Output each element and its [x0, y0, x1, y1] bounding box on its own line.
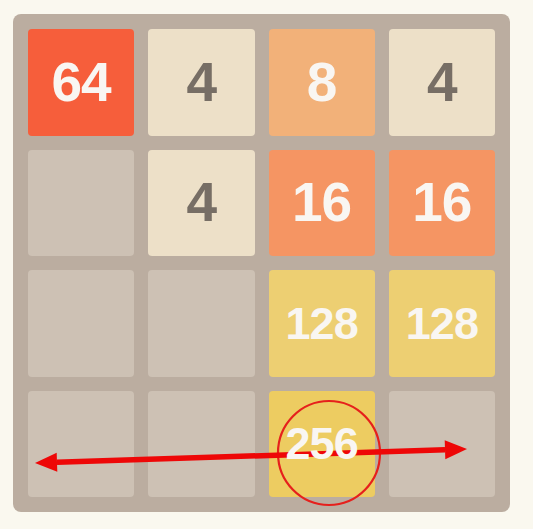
- tile-4: 4: [148, 29, 254, 136]
- tile-256: 256: [269, 391, 375, 498]
- tile-16-value: 16: [292, 175, 351, 230]
- tile-16: 16: [389, 150, 495, 257]
- empty-cell-r4c4: [389, 391, 495, 498]
- empty-cell-r4c1: [28, 391, 134, 498]
- tile-8: 8: [269, 29, 375, 136]
- tile-256-value: 256: [286, 421, 358, 466]
- tile-4: 4: [148, 150, 254, 257]
- tile-4: 4: [389, 29, 495, 136]
- tile-4-value: 4: [187, 175, 217, 230]
- tile-8-value: 8: [307, 55, 337, 110]
- tile-16-value: 16: [412, 175, 471, 230]
- tile-4-value: 4: [187, 55, 217, 110]
- tile-128: 128: [269, 270, 375, 377]
- tile-128: 128: [389, 270, 495, 377]
- tile-128-value: 128: [406, 301, 478, 346]
- tile-16: 16: [269, 150, 375, 257]
- empty-cell-r3c2: [148, 270, 254, 377]
- tile-128-value: 128: [286, 301, 358, 346]
- empty-cell-r2c1: [28, 150, 134, 257]
- empty-cell-r4c2: [148, 391, 254, 498]
- tile-64: 64: [28, 29, 134, 136]
- tile-64-value: 64: [52, 55, 111, 110]
- board-2048: 6448441616128128256: [13, 14, 510, 512]
- tile-4-value: 4: [427, 55, 457, 110]
- empty-cell-r3c1: [28, 270, 134, 377]
